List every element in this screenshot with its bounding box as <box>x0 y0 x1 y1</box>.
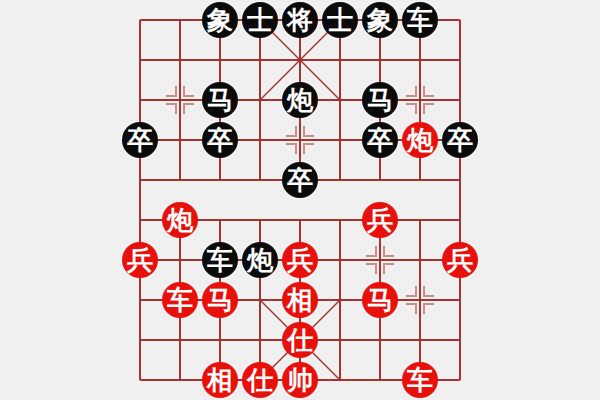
piece-red-elephant[interactable]: 相 <box>282 282 318 318</box>
piece-red-soldier[interactable]: 兵 <box>122 242 158 278</box>
piece-red-cannon[interactable]: 炮 <box>402 122 438 158</box>
piece-black-soldier[interactable]: 卒 <box>202 122 238 158</box>
piece-black-soldier[interactable]: 卒 <box>442 122 478 158</box>
xiangqi-board: 象士将士象车马炮马卒卒卒炮卒卒炮兵兵车炮兵兵车马相马仕相仕帅车 <box>0 0 600 400</box>
piece-black-general[interactable]: 将 <box>282 2 318 38</box>
piece-red-general[interactable]: 帅 <box>282 362 318 398</box>
piece-black-cannon[interactable]: 炮 <box>242 242 278 278</box>
piece-red-horse[interactable]: 马 <box>362 282 398 318</box>
piece-black-advisor[interactable]: 士 <box>242 2 278 38</box>
piece-red-chariot[interactable]: 车 <box>402 362 438 398</box>
piece-red-elephant[interactable]: 相 <box>202 362 238 398</box>
piece-black-elephant[interactable]: 象 <box>362 2 398 38</box>
piece-red-soldier[interactable]: 兵 <box>442 242 478 278</box>
piece-red-cannon[interactable]: 炮 <box>162 202 198 238</box>
piece-red-advisor[interactable]: 仕 <box>242 362 278 398</box>
piece-red-advisor[interactable]: 仕 <box>282 322 318 358</box>
piece-black-horse[interactable]: 马 <box>202 82 238 118</box>
piece-red-soldier[interactable]: 兵 <box>282 242 318 278</box>
piece-black-soldier[interactable]: 卒 <box>282 162 318 198</box>
piece-black-chariot[interactable]: 车 <box>202 242 238 278</box>
piece-black-soldier[interactable]: 卒 <box>362 122 398 158</box>
piece-black-soldier[interactable]: 卒 <box>122 122 158 158</box>
piece-red-chariot[interactable]: 车 <box>162 282 198 318</box>
piece-red-soldier[interactable]: 兵 <box>362 202 398 238</box>
piece-black-chariot[interactable]: 车 <box>402 2 438 38</box>
piece-red-horse[interactable]: 马 <box>202 282 238 318</box>
piece-black-horse[interactable]: 马 <box>362 82 398 118</box>
piece-black-advisor[interactable]: 士 <box>322 2 358 38</box>
piece-black-elephant[interactable]: 象 <box>202 2 238 38</box>
piece-black-cannon[interactable]: 炮 <box>282 82 318 118</box>
